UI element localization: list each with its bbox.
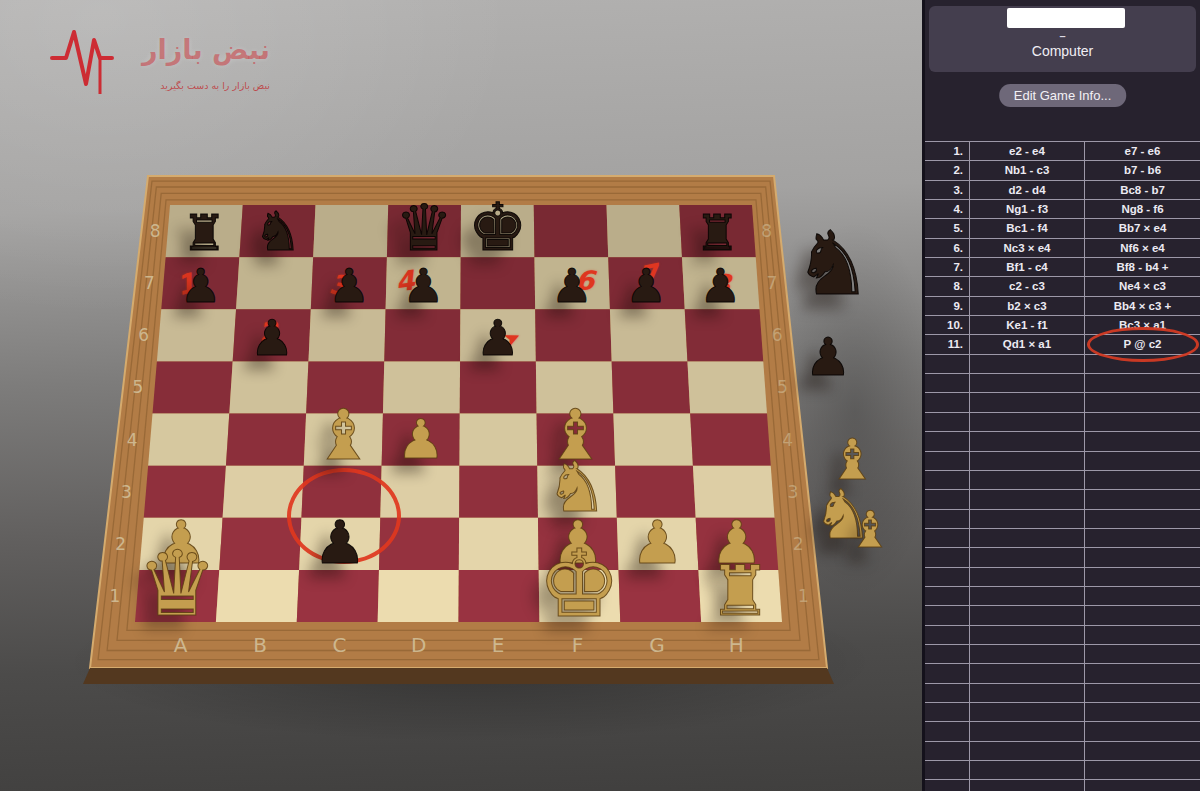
black-move: Bb7 × e4 bbox=[1084, 219, 1200, 237]
file-label-A: A bbox=[174, 633, 188, 657]
white-move bbox=[969, 529, 1084, 547]
white-player-name-field[interactable] bbox=[1007, 8, 1125, 28]
white-move bbox=[969, 471, 1084, 489]
white-move bbox=[969, 510, 1084, 528]
white-move bbox=[969, 742, 1084, 760]
rank-label-right-8: 8 bbox=[761, 221, 772, 241]
black-move bbox=[1084, 548, 1200, 566]
white-move bbox=[969, 568, 1084, 586]
square-a7[interactable] bbox=[161, 257, 239, 309]
black-move bbox=[1084, 626, 1200, 644]
white-move: Qd1 × a1 bbox=[969, 335, 1084, 353]
white-move bbox=[969, 703, 1084, 721]
square-d4[interactable] bbox=[382, 414, 460, 466]
rank-label-right-4: 4 bbox=[782, 430, 793, 450]
move-number bbox=[925, 722, 969, 740]
black-move: Bc3 × a1 bbox=[1084, 316, 1200, 334]
square-g2[interactable] bbox=[617, 518, 699, 570]
move-number bbox=[925, 548, 969, 566]
white-move: d2 - d4 bbox=[969, 181, 1084, 199]
black-move bbox=[1084, 780, 1200, 791]
square-g7[interactable] bbox=[608, 257, 685, 309]
square-e1[interactable] bbox=[459, 570, 540, 622]
black-move bbox=[1084, 722, 1200, 740]
square-d2[interactable] bbox=[379, 518, 459, 570]
rank-label-right-7: 7 bbox=[766, 273, 777, 293]
rank-label-left-6: 6 bbox=[138, 325, 149, 345]
move-row-30[interactable] bbox=[925, 702, 1200, 721]
square-h8[interactable] bbox=[679, 205, 756, 257]
move-number bbox=[925, 587, 969, 605]
move-number: 5. bbox=[925, 219, 969, 237]
move-row-7[interactable]: 7.Bf1 - c4Bf8 - b4 + bbox=[925, 257, 1200, 276]
square-g5[interactable] bbox=[612, 361, 691, 413]
square-b2[interactable] bbox=[219, 518, 301, 570]
move-number bbox=[925, 374, 969, 392]
move-row-19[interactable] bbox=[925, 489, 1200, 508]
move-number bbox=[925, 529, 969, 547]
move-number: 11. bbox=[925, 335, 969, 353]
move-row-4[interactable]: 4.Ng1 - f3Ng8 - f6 bbox=[925, 199, 1200, 218]
square-a2[interactable] bbox=[139, 518, 222, 570]
board-frame-side bbox=[83, 668, 834, 684]
square-g4[interactable] bbox=[613, 414, 693, 466]
board-scene: ABCDEFGH8877665544332211 ♜♞♛♚♜♟♟♟♟♟♟♟♟♝♟… bbox=[0, 0, 922, 791]
move-row-18[interactable] bbox=[925, 470, 1200, 489]
move-row-9[interactable]: 9.b2 × c3Bb4 × c3 + bbox=[925, 296, 1200, 315]
white-move bbox=[969, 490, 1084, 508]
white-move: c2 - c3 bbox=[969, 277, 1084, 295]
white-move bbox=[969, 587, 1084, 605]
black-move bbox=[1084, 645, 1200, 663]
move-number bbox=[925, 626, 969, 644]
square-h5[interactable] bbox=[687, 361, 767, 413]
black-move bbox=[1084, 742, 1200, 760]
black-move bbox=[1084, 761, 1200, 779]
ecg-pulse-icon bbox=[50, 28, 120, 98]
square-f7[interactable] bbox=[534, 257, 609, 309]
black-player-name: Computer bbox=[929, 43, 1196, 59]
move-row-24[interactable] bbox=[925, 586, 1200, 605]
square-g3[interactable] bbox=[615, 466, 696, 518]
square-h3[interactable] bbox=[693, 466, 775, 518]
black-move: Ne4 × c3 bbox=[1084, 277, 1200, 295]
white-move bbox=[969, 780, 1084, 791]
black-move bbox=[1084, 413, 1200, 431]
square-a1[interactable] bbox=[135, 570, 219, 622]
move-row-12[interactable] bbox=[925, 354, 1200, 373]
white-move: Ke1 - f1 bbox=[969, 316, 1084, 334]
move-row-10[interactable]: 10.Ke1 - f1Bc3 × a1 bbox=[925, 315, 1200, 334]
rank-label-left-1: 1 bbox=[109, 586, 120, 606]
black-move bbox=[1084, 529, 1200, 547]
square-d6[interactable] bbox=[384, 309, 460, 361]
square-a6[interactable] bbox=[157, 309, 236, 361]
logo-tagline: نبض بازار را به دست بگیرید bbox=[160, 80, 270, 91]
white-move bbox=[969, 413, 1084, 431]
white-move: Nb1 - c3 bbox=[969, 161, 1084, 179]
white-move bbox=[969, 606, 1084, 624]
square-g6[interactable] bbox=[610, 309, 688, 361]
move-number: 3. bbox=[925, 181, 969, 199]
square-a4[interactable] bbox=[148, 414, 229, 466]
square-c5[interactable] bbox=[306, 361, 384, 413]
rank-label-left-5: 5 bbox=[132, 377, 143, 397]
black-move bbox=[1084, 568, 1200, 586]
white-move bbox=[969, 452, 1084, 470]
file-label-E: E bbox=[492, 633, 505, 657]
move-row-17[interactable] bbox=[925, 451, 1200, 470]
move-row-27[interactable] bbox=[925, 644, 1200, 663]
file-label-B: B bbox=[253, 633, 267, 657]
white-move bbox=[969, 374, 1084, 392]
square-h2[interactable] bbox=[696, 518, 779, 570]
square-c8[interactable] bbox=[313, 205, 388, 257]
square-a8[interactable] bbox=[166, 205, 243, 257]
square-b5[interactable] bbox=[229, 361, 308, 413]
square-e2[interactable] bbox=[459, 518, 539, 570]
black-move: Bf8 - b4 + bbox=[1084, 258, 1200, 276]
black-move: Bb4 × c3 + bbox=[1084, 297, 1200, 315]
square-c3[interactable] bbox=[301, 466, 381, 518]
black-move bbox=[1084, 452, 1200, 470]
move-row-8[interactable]: 8.c2 - c3Ne4 × c3 bbox=[925, 276, 1200, 295]
move-row-25[interactable] bbox=[925, 605, 1200, 624]
square-e3[interactable] bbox=[459, 466, 538, 518]
square-e7[interactable] bbox=[460, 257, 535, 309]
white-move: e2 - e4 bbox=[969, 142, 1084, 160]
players-header: – Computer bbox=[929, 6, 1196, 72]
file-label-H: H bbox=[729, 633, 744, 657]
rank-label-left-7: 7 bbox=[144, 273, 155, 293]
black-move bbox=[1084, 703, 1200, 721]
move-number bbox=[925, 413, 969, 431]
site-watermark-logo: نبض بازار نبض بازار را به دست بگیرید bbox=[50, 18, 280, 108]
square-h4[interactable] bbox=[690, 414, 771, 466]
file-label-F: F bbox=[572, 633, 584, 657]
square-b7[interactable] bbox=[236, 257, 313, 309]
white-move bbox=[969, 761, 1084, 779]
square-b3[interactable] bbox=[223, 466, 304, 518]
black-move bbox=[1084, 471, 1200, 489]
square-c1[interactable] bbox=[297, 570, 379, 622]
square-f1[interactable] bbox=[539, 570, 621, 622]
move-number bbox=[925, 393, 969, 411]
square-e5[interactable] bbox=[460, 361, 537, 413]
square-d1[interactable] bbox=[378, 570, 459, 622]
move-number bbox=[925, 606, 969, 624]
chess-board: ABCDEFGH8877665544332211 bbox=[0, 0, 922, 791]
rank-label-right-6: 6 bbox=[772, 325, 783, 345]
square-d7[interactable] bbox=[386, 257, 461, 309]
square-e8[interactable] bbox=[461, 205, 535, 257]
move-number bbox=[925, 742, 969, 760]
move-row-33[interactable] bbox=[925, 760, 1200, 779]
move-number bbox=[925, 664, 969, 682]
white-move bbox=[969, 722, 1084, 740]
square-d3[interactable] bbox=[380, 466, 459, 518]
file-label-C: C bbox=[332, 633, 346, 657]
black-move: Ng8 - f6 bbox=[1084, 200, 1200, 218]
move-number: 8. bbox=[925, 277, 969, 295]
rank-label-left-2: 2 bbox=[115, 534, 126, 554]
black-move bbox=[1084, 393, 1200, 411]
square-h7[interactable] bbox=[682, 257, 760, 309]
move-number bbox=[925, 355, 969, 373]
black-move: P @ c2 bbox=[1084, 335, 1200, 353]
move-row-26[interactable] bbox=[925, 625, 1200, 644]
move-row-22[interactable] bbox=[925, 547, 1200, 566]
square-d8[interactable] bbox=[387, 205, 461, 257]
move-row-14[interactable] bbox=[925, 392, 1200, 411]
white-move bbox=[969, 432, 1084, 450]
square-e4[interactable] bbox=[459, 414, 537, 466]
move-number bbox=[925, 703, 969, 721]
move-row-15[interactable] bbox=[925, 412, 1200, 431]
move-number: 7. bbox=[925, 258, 969, 276]
logo-text: نبض بازار bbox=[142, 34, 270, 65]
square-b6[interactable] bbox=[233, 309, 311, 361]
move-number: 6. bbox=[925, 239, 969, 257]
square-b4[interactable] bbox=[226, 414, 306, 466]
move-row-13[interactable] bbox=[925, 373, 1200, 392]
square-f6[interactable] bbox=[535, 309, 612, 361]
rank-label-left-8: 8 bbox=[150, 221, 161, 241]
square-c2[interactable] bbox=[299, 518, 380, 570]
move-row-34[interactable] bbox=[925, 779, 1200, 791]
move-row-2[interactable]: 2.Nb1 - c3b7 - b6 bbox=[925, 160, 1200, 179]
white-move bbox=[969, 664, 1084, 682]
move-number bbox=[925, 452, 969, 470]
move-row-31[interactable] bbox=[925, 721, 1200, 740]
square-f8[interactable] bbox=[534, 205, 608, 257]
square-g1[interactable] bbox=[619, 570, 702, 622]
move-number: 1. bbox=[925, 142, 969, 160]
move-row-3[interactable]: 3.d2 - d4Bc8 - b7 bbox=[925, 180, 1200, 199]
move-row-16[interactable] bbox=[925, 431, 1200, 450]
white-move: b2 × c3 bbox=[969, 297, 1084, 315]
chess-app-window: ABCDEFGH8877665544332211 ♜♞♛♚♜♟♟♟♟♟♟♟♟♝♟… bbox=[0, 0, 1200, 791]
black-move: Bc8 - b7 bbox=[1084, 181, 1200, 199]
move-row-20[interactable] bbox=[925, 509, 1200, 528]
white-move bbox=[969, 626, 1084, 644]
move-row-28[interactable] bbox=[925, 663, 1200, 682]
white-move: Bf1 - c4 bbox=[969, 258, 1084, 276]
square-f4[interactable] bbox=[537, 414, 616, 466]
square-c6[interactable] bbox=[308, 309, 385, 361]
black-move: Nf6 × e4 bbox=[1084, 239, 1200, 257]
black-move: e7 - e6 bbox=[1084, 142, 1200, 160]
move-number: 9. bbox=[925, 297, 969, 315]
white-move bbox=[969, 684, 1084, 702]
move-number bbox=[925, 490, 969, 508]
square-h1[interactable] bbox=[698, 570, 782, 622]
move-number bbox=[925, 432, 969, 450]
move-row-23[interactable] bbox=[925, 567, 1200, 586]
black-move bbox=[1084, 587, 1200, 605]
file-label-D: D bbox=[411, 633, 426, 657]
rank-label-right-3: 3 bbox=[787, 482, 798, 502]
square-h6[interactable] bbox=[685, 309, 764, 361]
square-d5[interactable] bbox=[383, 361, 460, 413]
move-row-21[interactable] bbox=[925, 528, 1200, 547]
move-number: 4. bbox=[925, 200, 969, 218]
black-move bbox=[1084, 432, 1200, 450]
black-move bbox=[1084, 684, 1200, 702]
black-move bbox=[1084, 606, 1200, 624]
move-list-table[interactable]: 1.e2 - e4e7 - e62.Nb1 - c3b7 - b63.d2 - … bbox=[925, 141, 1200, 791]
black-move bbox=[1084, 664, 1200, 682]
move-number: 2. bbox=[925, 161, 969, 179]
white-move: Nc3 × e4 bbox=[969, 239, 1084, 257]
move-number bbox=[925, 780, 969, 791]
square-b8[interactable] bbox=[239, 205, 315, 257]
edit-game-info-button[interactable]: Edit Game Info... bbox=[999, 84, 1127, 107]
square-f5[interactable] bbox=[536, 361, 614, 413]
black-move: b7 - b6 bbox=[1084, 161, 1200, 179]
black-move bbox=[1084, 374, 1200, 392]
move-row-1[interactable]: 1.e2 - e4e7 - e6 bbox=[925, 141, 1200, 160]
move-number bbox=[925, 645, 969, 663]
black-move bbox=[1084, 490, 1200, 508]
black-move bbox=[1084, 510, 1200, 528]
white-move: Ng1 - f3 bbox=[969, 200, 1084, 218]
rank-label-right-2: 2 bbox=[793, 534, 804, 554]
square-c7[interactable] bbox=[311, 257, 387, 309]
white-move: Bc1 - f4 bbox=[969, 219, 1084, 237]
move-number bbox=[925, 471, 969, 489]
black-move bbox=[1084, 355, 1200, 373]
file-label-G: G bbox=[649, 633, 665, 657]
move-row-11[interactable]: 11.Qd1 × a1P @ c2 bbox=[925, 334, 1200, 353]
rank-label-left-4: 4 bbox=[127, 430, 138, 450]
square-f2[interactable] bbox=[538, 518, 619, 570]
square-g8[interactable] bbox=[607, 205, 682, 257]
square-f3[interactable] bbox=[537, 466, 617, 518]
move-row-6[interactable]: 6.Nc3 × e4Nf6 × e4 bbox=[925, 238, 1200, 257]
move-number bbox=[925, 568, 969, 586]
move-number: 10. bbox=[925, 316, 969, 334]
square-e6[interactable] bbox=[460, 309, 536, 361]
move-number bbox=[925, 510, 969, 528]
white-move bbox=[969, 645, 1084, 663]
move-row-29[interactable] bbox=[925, 683, 1200, 702]
white-move bbox=[969, 548, 1084, 566]
move-number bbox=[925, 684, 969, 702]
square-a5[interactable] bbox=[153, 361, 233, 413]
game-info-panel: – Computer Edit Game Info... 1.e2 - e4e7… bbox=[922, 0, 1200, 791]
white-move bbox=[969, 393, 1084, 411]
white-move bbox=[969, 355, 1084, 373]
square-a3[interactable] bbox=[144, 466, 226, 518]
move-row-32[interactable] bbox=[925, 741, 1200, 760]
move-row-5[interactable]: 5.Bc1 - f4Bb7 × e4 bbox=[925, 218, 1200, 237]
players-separator: – bbox=[929, 30, 1196, 42]
rank-label-right-1: 1 bbox=[798, 586, 809, 606]
move-number bbox=[925, 761, 969, 779]
rank-label-left-3: 3 bbox=[121, 482, 132, 502]
square-c4[interactable] bbox=[304, 414, 383, 466]
rank-label-right-5: 5 bbox=[777, 377, 788, 397]
square-b1[interactable] bbox=[216, 570, 299, 622]
